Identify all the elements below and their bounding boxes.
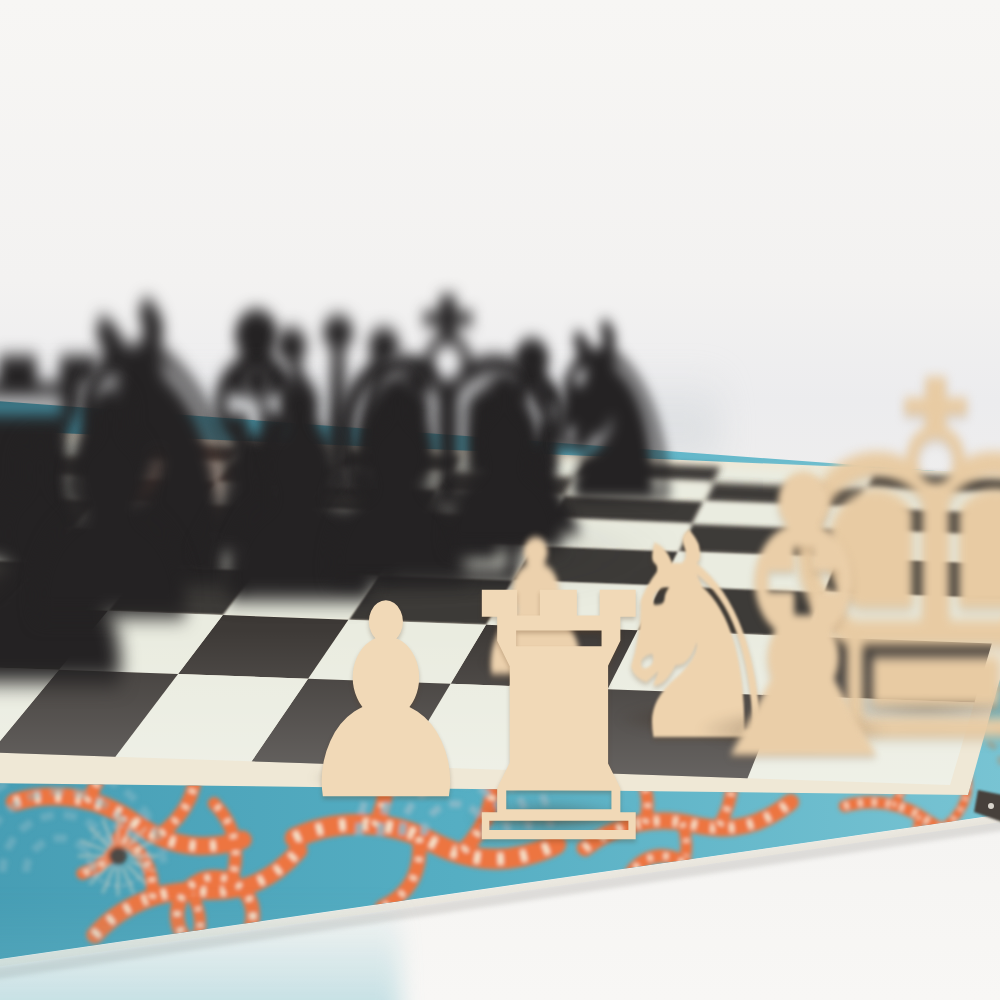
piece-white-rook: ♜: [422, 551, 695, 893]
chess-photo-scene: ♜♞♝♛♚♝♞♟♟♟♟♟♟♞♚♝♟♜: [0, 0, 1000, 1000]
radial-shell: [78, 816, 158, 896]
